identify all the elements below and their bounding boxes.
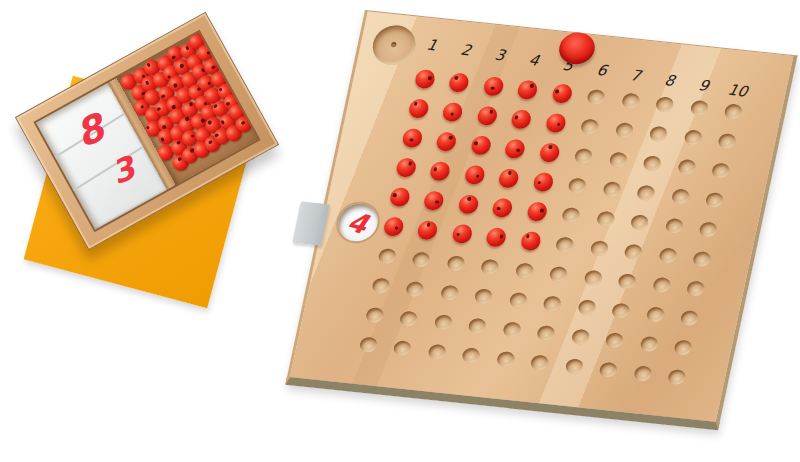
dimple	[602, 181, 622, 198]
bead-hole	[208, 120, 213, 125]
dimple	[405, 281, 425, 298]
bead-hole	[225, 101, 230, 106]
dimple	[589, 240, 609, 257]
dimple-r7c10	[676, 272, 717, 305]
dimple	[555, 236, 575, 253]
dimple	[568, 177, 588, 194]
bead-hole	[427, 223, 431, 227]
bead-hole	[555, 89, 559, 93]
bead-hole	[179, 63, 184, 68]
well-pin-hole	[391, 42, 397, 47]
dimple	[677, 158, 697, 175]
bead-hole	[456, 233, 460, 237]
red-bead[interactable]	[476, 105, 499, 126]
dimple	[577, 299, 597, 316]
bead-hole	[189, 102, 194, 107]
bead-hole	[467, 197, 471, 201]
dimple	[605, 332, 625, 349]
red-bead[interactable]	[416, 219, 439, 240]
dimple	[549, 265, 569, 282]
dimple-r10c10	[657, 360, 698, 393]
dimple	[671, 188, 691, 205]
dimple-r3c10	[701, 154, 742, 187]
bead-hole	[516, 148, 520, 152]
bead-hole	[393, 193, 397, 197]
dimple-r5c10	[688, 213, 729, 246]
dimple	[561, 206, 581, 223]
red-bead[interactable]	[485, 227, 508, 248]
dimple	[393, 340, 413, 357]
bead-hole	[433, 167, 437, 171]
dimple	[717, 132, 737, 149]
multiplicand-value: 4	[344, 207, 372, 238]
red-bead[interactable]	[538, 142, 561, 163]
bead-hole	[213, 104, 218, 109]
dimple	[586, 88, 606, 105]
dimple	[580, 118, 600, 135]
dimple-r8c10	[669, 301, 710, 334]
dimple	[377, 247, 397, 264]
column-label-3: 3	[481, 44, 520, 67]
dimple	[639, 335, 659, 352]
column-label-6: 6	[583, 59, 622, 82]
card-slot-tab[interactable]	[292, 201, 330, 245]
dimple	[474, 288, 494, 305]
dimple	[480, 258, 500, 275]
dimple	[599, 361, 619, 378]
red-bead[interactable]	[491, 197, 514, 218]
bead-hole	[156, 107, 161, 112]
bead-hole	[241, 120, 246, 125]
dimple	[658, 247, 678, 264]
dimple	[440, 284, 460, 301]
bead-hole	[489, 110, 493, 114]
bead-hole	[514, 115, 518, 119]
dimple	[689, 99, 709, 116]
dimple	[645, 306, 665, 323]
number-card-3[interactable]: 3	[107, 152, 139, 190]
bead-hole	[499, 234, 503, 238]
red-bead[interactable]	[544, 112, 567, 133]
dimple	[611, 302, 631, 319]
bead-hole	[160, 137, 165, 142]
multiplication-board: 12345678910 4	[285, 10, 797, 430]
red-bead[interactable]	[451, 223, 474, 244]
bead-hole	[173, 83, 178, 88]
dimple-r1c10	[713, 95, 754, 128]
dimple	[617, 273, 637, 290]
red-bead[interactable]	[470, 135, 493, 156]
bead-hole	[171, 55, 176, 60]
red-bead[interactable]	[504, 138, 527, 159]
dimple	[514, 262, 534, 279]
dimple	[673, 339, 693, 356]
dimple	[652, 276, 672, 293]
dimple	[621, 92, 641, 109]
red-bead[interactable]	[388, 186, 411, 207]
dimple	[642, 155, 662, 172]
red-bead[interactable]	[423, 190, 446, 211]
bead-hole	[476, 174, 480, 178]
dimple	[680, 309, 700, 326]
dimple	[536, 324, 556, 341]
bead-hole	[435, 200, 439, 204]
scene: 8 3 12345678910 4	[0, 0, 800, 462]
red-bead[interactable]	[519, 230, 542, 251]
dimple-r4c10	[695, 183, 736, 216]
bead-hole	[526, 234, 530, 238]
bead-hole	[220, 120, 225, 125]
bead-hole	[497, 207, 501, 211]
dimple	[574, 147, 594, 164]
bead-hole	[409, 138, 413, 142]
dimple	[614, 122, 634, 139]
red-bead[interactable]	[532, 171, 555, 192]
bead-hole	[185, 45, 190, 50]
bead-hole	[206, 50, 211, 55]
red-bead[interactable]	[401, 127, 424, 148]
dimple	[583, 269, 603, 286]
bead-hole	[208, 140, 213, 145]
dimple	[686, 280, 706, 297]
bead-hole	[408, 162, 412, 166]
red-bead[interactable]	[457, 194, 480, 215]
red-bead[interactable]	[441, 101, 464, 122]
column-label-1: 1	[413, 34, 452, 57]
dimple	[461, 347, 481, 364]
dimple	[711, 162, 731, 179]
dimple	[596, 210, 616, 227]
dimple	[399, 310, 419, 327]
bead-hole	[449, 136, 453, 140]
bead-hole	[140, 104, 145, 109]
number-card-8[interactable]: 8	[71, 108, 109, 153]
bead-hole	[211, 65, 216, 70]
dimple	[608, 151, 628, 168]
red-bead[interactable]	[482, 76, 505, 97]
red-bead[interactable]	[551, 83, 574, 104]
dimple-r6c10	[682, 242, 723, 275]
column-label-4: 4	[515, 49, 554, 72]
red-bead[interactable]	[448, 72, 471, 93]
dimple	[667, 368, 687, 385]
bead-hole	[474, 141, 478, 145]
bead-hole	[491, 87, 495, 91]
bead-hole	[508, 171, 512, 175]
dimple	[427, 343, 447, 360]
bead-hole	[454, 76, 458, 80]
red-bead[interactable]	[413, 68, 436, 89]
bead-hole	[540, 208, 544, 212]
dimple	[692, 250, 712, 267]
dimple	[724, 103, 744, 120]
dimple	[649, 125, 669, 142]
red-bead[interactable]	[510, 109, 533, 130]
dimple	[371, 277, 391, 294]
dimple	[446, 255, 466, 272]
bead-hole	[146, 62, 151, 67]
bead-hole	[146, 125, 151, 130]
dimple	[496, 350, 516, 367]
bead-hole	[557, 123, 561, 127]
dimple	[530, 354, 550, 371]
dimple	[699, 221, 719, 238]
dimple	[412, 251, 432, 268]
dimple	[433, 314, 453, 331]
bead-hole	[215, 133, 220, 138]
dimple	[655, 96, 675, 113]
dimple	[508, 291, 528, 308]
dimple	[624, 243, 644, 260]
bead-hole	[414, 102, 418, 106]
dimple	[365, 306, 385, 323]
bead-hole	[537, 181, 541, 185]
red-bead[interactable]	[407, 98, 430, 119]
red-bead[interactable]	[382, 216, 405, 237]
red-bead[interactable]	[395, 157, 418, 178]
red-bead[interactable]	[526, 201, 549, 222]
bead-hole	[530, 84, 534, 88]
dimple	[358, 336, 378, 353]
bead-hole	[176, 141, 181, 146]
column-label-2: 2	[447, 39, 486, 62]
bead-hole	[185, 117, 190, 122]
dimple	[705, 191, 725, 208]
dimple	[543, 295, 563, 312]
bead-hole	[218, 87, 223, 92]
dimple	[664, 217, 684, 234]
dimple	[571, 328, 591, 345]
dimple-r2c10	[707, 124, 748, 157]
bead-hole	[161, 94, 166, 99]
dimple	[564, 358, 584, 375]
red-bead[interactable]	[429, 160, 452, 181]
red-bead[interactable]	[463, 164, 486, 185]
bead-hole	[145, 80, 150, 85]
bead-hole	[394, 226, 398, 230]
red-bead[interactable]	[435, 131, 458, 152]
dimple	[630, 214, 650, 231]
dimple	[636, 184, 656, 201]
bead-hole	[450, 113, 454, 117]
bead-hole	[548, 145, 552, 149]
bead-hole	[428, 76, 432, 80]
dimple	[468, 317, 488, 334]
bead-hole	[177, 157, 182, 162]
dimple-r9c10	[663, 331, 704, 364]
dimple	[502, 321, 522, 338]
disc-well	[369, 23, 419, 67]
dimple	[633, 365, 653, 382]
red-bead[interactable]	[498, 168, 521, 189]
bead-grid	[348, 62, 754, 393]
red-bead[interactable]	[516, 79, 539, 100]
dimple	[683, 129, 703, 146]
